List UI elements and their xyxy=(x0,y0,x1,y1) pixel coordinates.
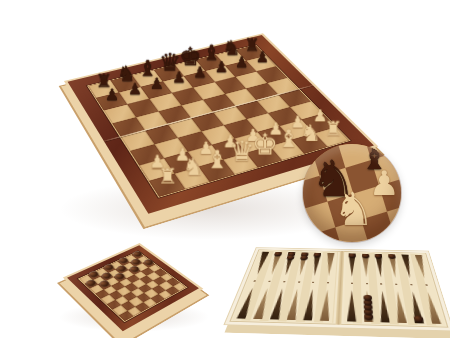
peg-hole xyxy=(351,283,353,284)
chess-piece-black-pawn: ♟ xyxy=(235,55,248,70)
peg-hole xyxy=(312,282,314,283)
checkers-square-h1 xyxy=(172,282,186,291)
backgammon-interior xyxy=(225,248,450,331)
backgammon-dark-checker xyxy=(274,252,282,256)
peg-hole xyxy=(395,284,397,285)
backgammon-point-left-bot-1 xyxy=(237,288,257,319)
checkers-square-f6 xyxy=(128,267,141,275)
peg-hole xyxy=(425,284,427,285)
backgammon-point-right-top-6 xyxy=(415,255,429,279)
checkers-square-c7 xyxy=(100,273,113,281)
backgammon-dark-checker xyxy=(388,254,396,259)
peg-hole xyxy=(254,280,256,281)
backgammon-point-right-bot-4 xyxy=(393,291,407,323)
peg-hole xyxy=(268,281,270,282)
peg-hole xyxy=(380,283,382,284)
checkers-dark-man-h8 xyxy=(131,250,143,257)
backgammon-dark-checker xyxy=(348,253,355,257)
checkers-dark-man-c7 xyxy=(100,271,112,279)
chess-piece-white-bishop: ♝ xyxy=(206,147,229,172)
peg-hole xyxy=(298,281,300,282)
detail-inset: ♞♝♟♞ xyxy=(303,144,401,242)
backgammon-point-right-bot-1 xyxy=(347,290,356,322)
backgammon-point-left-bot-2 xyxy=(253,288,271,319)
peg-hole xyxy=(283,281,285,282)
backgammon-dark-checker xyxy=(363,295,372,301)
chess-piece-black-pawn: ♟ xyxy=(193,65,207,80)
product-photo: ♜♞♝♛♚♝♞♜♟♟♟♟♟♟♟♟♟♟♟♟♟♟♟♟♜♞♝♛♚♝♞♜ ♞♝♟♞ xyxy=(0,0,450,338)
backgammon-point-left-bot-5 xyxy=(303,289,316,320)
checkers-dark-man-f6 xyxy=(128,265,140,273)
checkers-dark-man-a7 xyxy=(85,279,98,287)
backgammon-dark-checker xyxy=(362,254,369,258)
backgammon-dark-checker xyxy=(363,304,372,311)
inset-vignette xyxy=(303,144,401,242)
backgammon-point-left-top-1 xyxy=(254,252,270,275)
backgammon-dark-checker xyxy=(286,255,294,260)
backgammon-point-left-top-6 xyxy=(325,253,335,276)
chess-piece-black-pawn: ♟ xyxy=(105,87,119,103)
backgammon-point-right-bot-3 xyxy=(378,291,390,323)
backgammon-point-right-bot-5 xyxy=(409,292,424,324)
backgammon-point-left-bot-6 xyxy=(320,289,332,320)
chess-piece-black-pawn: ♟ xyxy=(150,76,164,91)
chess-square-d4 xyxy=(191,112,224,131)
chess-piece-white-king: ♚ xyxy=(252,129,278,158)
chess-piece-white-bishop: ♝ xyxy=(277,127,299,151)
chess-piece-white-queen: ♛ xyxy=(229,137,254,165)
backgammon-point-left-bot-3 xyxy=(270,288,287,319)
checkers-square-h3 xyxy=(160,273,173,281)
chess-piece-black-pawn: ♟ xyxy=(255,50,268,65)
checkers-square-b6 xyxy=(98,281,111,290)
chess-square-a6 xyxy=(104,104,136,123)
backgammon-point-right-top-5 xyxy=(401,254,413,278)
backgammon-dark-checker xyxy=(300,256,308,261)
backgammon-point-left-bot-4 xyxy=(286,289,301,320)
peg-hole xyxy=(327,282,329,283)
chess-piece-black-pawn: ♟ xyxy=(214,60,228,75)
chess-piece-white-rook: ♜ xyxy=(158,166,177,187)
backgammon-left-half xyxy=(232,250,337,322)
backgammon-dark-checker xyxy=(363,299,372,305)
chess-piece-white-rook: ♜ xyxy=(324,119,342,139)
peg-hole xyxy=(410,284,412,285)
chess-piece-black-pawn: ♟ xyxy=(172,70,186,85)
backgammon-right-half xyxy=(343,252,445,326)
checkers-dark-man-d6 xyxy=(113,272,125,280)
backgammon-dark-checker xyxy=(364,313,373,320)
peg-hole xyxy=(366,283,368,284)
backgammon-board xyxy=(225,248,450,331)
chess-piece-white-knight: ♞ xyxy=(300,122,321,145)
backgammon-point-right-bot-2 xyxy=(363,290,373,322)
chess-piece-black-pawn: ♟ xyxy=(128,81,142,97)
backgammon-dark-checker xyxy=(413,315,424,322)
backgammon-point-right-bot-6 xyxy=(424,292,441,324)
backgammon-dark-checker xyxy=(363,308,372,315)
chess-piece-white-knight: ♞ xyxy=(182,155,204,179)
